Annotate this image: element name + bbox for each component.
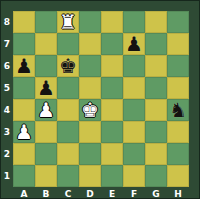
square-f4: [123, 99, 145, 121]
square-b4: ♟: [35, 99, 57, 121]
square-b3: [35, 121, 57, 143]
square-f7: ♟: [123, 33, 145, 55]
square-c1: [57, 165, 79, 187]
square-h7: [167, 33, 189, 55]
square-g5: [145, 77, 167, 99]
square-h8: [167, 11, 189, 33]
rank-label-7: 7: [1, 33, 13, 55]
square-h4: ♞: [167, 99, 189, 121]
file-label-C: C: [57, 187, 79, 199]
square-a5: [13, 77, 35, 99]
piece-black-pawn: ♟: [125, 33, 143, 55]
file-label-G: G: [145, 187, 167, 199]
piece-black-king: ♚: [59, 55, 77, 77]
square-g3: [145, 121, 167, 143]
square-e8: [101, 11, 123, 33]
rank-label-6: 6: [1, 55, 13, 77]
square-c2: [57, 143, 79, 165]
chess-board: ♜♟♟♚♟♟♚♞♟: [13, 11, 189, 187]
square-h1: [167, 165, 189, 187]
piece-white-pawn: ♟: [15, 121, 33, 143]
file-label-H: H: [167, 187, 189, 199]
square-b2: [35, 143, 57, 165]
square-c7: [57, 33, 79, 55]
square-c6: ♚: [57, 55, 79, 77]
square-g8: [145, 11, 167, 33]
square-d1: [79, 165, 101, 187]
square-b8: [35, 11, 57, 33]
file-labels: ABCDEFGH: [13, 187, 189, 199]
rank-label-3: 3: [1, 121, 13, 143]
rank-label-2: 2: [1, 143, 13, 165]
square-a2: [13, 143, 35, 165]
square-c5: [57, 77, 79, 99]
square-d8: [79, 11, 101, 33]
square-b1: [35, 165, 57, 187]
square-f3: [123, 121, 145, 143]
square-a6: ♟: [13, 55, 35, 77]
file-label-E: E: [101, 187, 123, 199]
square-d7: [79, 33, 101, 55]
square-g4: [145, 99, 167, 121]
piece-white-pawn: ♟: [37, 99, 55, 121]
square-e5: [101, 77, 123, 99]
square-d4: ♚: [79, 99, 101, 121]
piece-white-rook: ♜: [59, 11, 77, 33]
square-c3: [57, 121, 79, 143]
rank-labels: 87654321: [1, 11, 13, 187]
square-f1: [123, 165, 145, 187]
square-e2: [101, 143, 123, 165]
square-d5: [79, 77, 101, 99]
rank-label-1: 1: [1, 165, 13, 187]
rank-label-5: 5: [1, 77, 13, 99]
piece-black-knight: ♞: [169, 99, 187, 121]
square-d3: [79, 121, 101, 143]
file-label-B: B: [35, 187, 57, 199]
piece-black-pawn: ♟: [37, 77, 55, 99]
square-d2: [79, 143, 101, 165]
square-h6: [167, 55, 189, 77]
square-h5: [167, 77, 189, 99]
square-b5: ♟: [35, 77, 57, 99]
rank-label-4: 4: [1, 99, 13, 121]
square-h3: [167, 121, 189, 143]
square-c4: [57, 99, 79, 121]
piece-white-king: ♚: [81, 99, 99, 121]
file-label-F: F: [123, 187, 145, 199]
square-e4: [101, 99, 123, 121]
square-f5: [123, 77, 145, 99]
square-h2: [167, 143, 189, 165]
square-f8: [123, 11, 145, 33]
square-a1: [13, 165, 35, 187]
file-label-D: D: [79, 187, 101, 199]
square-d6: [79, 55, 101, 77]
square-f2: [123, 143, 145, 165]
square-a8: [13, 11, 35, 33]
rank-label-8: 8: [1, 11, 13, 33]
square-a3: ♟: [13, 121, 35, 143]
square-g1: [145, 165, 167, 187]
square-e7: [101, 33, 123, 55]
square-b7: [35, 33, 57, 55]
square-e3: [101, 121, 123, 143]
square-e1: [101, 165, 123, 187]
square-a4: [13, 99, 35, 121]
square-g6: [145, 55, 167, 77]
square-c8: ♜: [57, 11, 79, 33]
square-b6: [35, 55, 57, 77]
piece-black-pawn: ♟: [15, 55, 33, 77]
square-g7: [145, 33, 167, 55]
square-g2: [145, 143, 167, 165]
square-f6: [123, 55, 145, 77]
square-e6: [101, 55, 123, 77]
square-a7: [13, 33, 35, 55]
chess-diagram: 87654321 ♜♟♟♚♟♟♚♞♟ ABCDEFGH: [0, 0, 200, 199]
file-label-A: A: [13, 187, 35, 199]
